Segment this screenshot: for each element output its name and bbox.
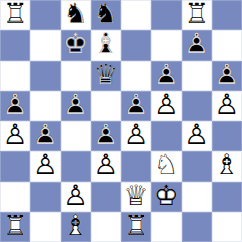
piece-outline: ♙ (182, 30, 212, 59)
piece-outline: ♗ (61, 212, 91, 241)
chess-board-container: ♜♖♞♘♞♘♜♖♚♔♝♗♟♙♛♕♟♙♟♙♟♙♟♙♟♙♟♙♟♙♟♙♟♙♟♙♟♙♟♙… (0, 0, 242, 242)
chess-board: ♜♖♞♘♞♘♜♖♚♔♝♗♟♙♛♕♟♙♟♙♟♙♟♙♟♙♟♙♟♙♟♙♟♙♟♙♟♙♟♙… (0, 0, 242, 242)
piece-outline: ♖ (0, 0, 30, 29)
white-pawn-icon[interactable]: ♟♙ (121, 121, 151, 151)
square-h8[interactable] (212, 0, 242, 30)
square-f1[interactable] (151, 212, 181, 242)
piece-outline: ♖ (182, 0, 212, 29)
square-e7[interactable] (121, 30, 151, 60)
square-g8[interactable]: ♜♖ (182, 0, 212, 30)
square-h4[interactable] (212, 121, 242, 151)
square-c4[interactable] (61, 121, 91, 151)
square-f2[interactable]: ♚♔ (151, 182, 181, 212)
square-g6[interactable] (182, 61, 212, 91)
white-pawn-icon[interactable]: ♟♙ (91, 151, 121, 181)
piece-outline: ♙ (61, 91, 91, 120)
square-d2[interactable] (91, 182, 121, 212)
black-pawn-icon[interactable]: ♟♙ (0, 91, 30, 121)
square-a3[interactable] (0, 151, 30, 181)
white-rook-icon[interactable]: ♜♖ (121, 212, 151, 242)
square-f8[interactable] (151, 0, 181, 30)
square-d7[interactable]: ♝♗ (91, 30, 121, 60)
square-b2[interactable] (30, 182, 60, 212)
square-c3[interactable] (61, 151, 91, 181)
black-queen-icon[interactable]: ♛♕ (91, 61, 121, 91)
white-pawn-icon[interactable]: ♟♙ (61, 182, 91, 212)
square-d6[interactable]: ♛♕ (91, 61, 121, 91)
white-bishop-icon[interactable]: ♝♗ (61, 212, 91, 242)
piece-outline: ♖ (121, 212, 151, 241)
square-a8[interactable]: ♜♖ (0, 0, 30, 30)
square-b5[interactable] (30, 91, 60, 121)
square-e6[interactable] (121, 61, 151, 91)
square-d3[interactable]: ♟♙ (91, 151, 121, 181)
square-e2[interactable]: ♛♕ (121, 182, 151, 212)
white-pawn-icon[interactable]: ♟♙ (182, 121, 212, 151)
square-h7[interactable] (212, 30, 242, 60)
square-b7[interactable] (30, 30, 60, 60)
square-d4[interactable]: ♟♙ (91, 121, 121, 151)
black-pawn-icon[interactable]: ♟♙ (30, 121, 60, 151)
piece-outline: ♕ (91, 61, 121, 90)
piece-outline: ♙ (121, 91, 151, 120)
square-h6[interactable]: ♟♙ (212, 61, 242, 91)
piece-outline: ♙ (212, 91, 242, 120)
piece-outline: ♘ (61, 0, 91, 29)
white-queen-icon[interactable]: ♛♕ (121, 182, 151, 212)
piece-outline: ♙ (0, 91, 30, 120)
piece-outline: ♗ (212, 151, 242, 180)
square-f7[interactable] (151, 30, 181, 60)
piece-outline: ♙ (121, 121, 151, 150)
square-h2[interactable] (212, 182, 242, 212)
square-b3[interactable]: ♟♙ (30, 151, 60, 181)
square-b8[interactable] (30, 0, 60, 30)
white-pawn-icon[interactable]: ♟♙ (151, 91, 181, 121)
square-b1[interactable] (30, 212, 60, 242)
piece-outline: ♕ (121, 182, 151, 211)
black-pawn-icon[interactable]: ♟♙ (182, 30, 212, 60)
square-f3[interactable]: ♞♘ (151, 151, 181, 181)
white-pawn-icon[interactable]: ♟♙ (30, 151, 60, 181)
piece-outline: ♙ (182, 121, 212, 150)
piece-outline: ♙ (30, 121, 60, 150)
square-g3[interactable] (182, 151, 212, 181)
black-bishop-icon[interactable]: ♝♗ (91, 30, 121, 60)
square-c6[interactable] (61, 61, 91, 91)
piece-outline: ♙ (212, 61, 242, 90)
piece-outline: ♙ (91, 121, 121, 150)
square-d5[interactable] (91, 91, 121, 121)
white-rook-icon[interactable]: ♜♖ (0, 212, 30, 242)
piece-outline: ♙ (151, 61, 181, 90)
square-e8[interactable] (121, 0, 151, 30)
piece-outline: ♔ (151, 182, 181, 211)
square-a5[interactable]: ♟♙ (0, 91, 30, 121)
black-knight-icon[interactable]: ♞♘ (61, 0, 91, 30)
white-rook-icon[interactable]: ♜♖ (0, 0, 30, 30)
square-d8[interactable]: ♞♘ (91, 0, 121, 30)
piece-outline: ♙ (0, 121, 30, 150)
piece-outline: ♗ (91, 30, 121, 59)
piece-outline: ♙ (61, 182, 91, 211)
black-knight-icon[interactable]: ♞♘ (91, 0, 121, 30)
square-e4[interactable]: ♟♙ (121, 121, 151, 151)
square-f5[interactable]: ♟♙ (151, 91, 181, 121)
square-a4[interactable]: ♟♙ (0, 121, 30, 151)
square-c2[interactable]: ♟♙ (61, 182, 91, 212)
black-king-icon[interactable]: ♚♔ (61, 30, 91, 60)
square-e5[interactable]: ♟♙ (121, 91, 151, 121)
piece-outline: ♔ (61, 30, 91, 59)
square-h1[interactable] (212, 212, 242, 242)
white-pawn-icon[interactable]: ♟♙ (212, 91, 242, 121)
square-e1[interactable]: ♜♖ (121, 212, 151, 242)
square-b6[interactable] (30, 61, 60, 91)
black-pawn-icon[interactable]: ♟♙ (121, 91, 151, 121)
square-c8[interactable]: ♞♘ (61, 0, 91, 30)
white-rook-icon[interactable]: ♜♖ (182, 0, 212, 30)
square-g1[interactable] (182, 212, 212, 242)
square-g5[interactable] (182, 91, 212, 121)
square-a6[interactable] (0, 61, 30, 91)
square-c1[interactable]: ♝♗ (61, 212, 91, 242)
square-h3[interactable]: ♝♗ (212, 151, 242, 181)
square-a1[interactable]: ♜♖ (0, 212, 30, 242)
white-knight-icon[interactable]: ♞♘ (151, 151, 181, 181)
square-f6[interactable]: ♟♙ (151, 61, 181, 91)
black-pawn-icon[interactable]: ♟♙ (61, 91, 91, 121)
black-pawn-icon[interactable]: ♟♙ (212, 61, 242, 91)
piece-outline: ♘ (91, 0, 121, 29)
square-f4[interactable] (151, 121, 181, 151)
piece-outline: ♙ (151, 91, 181, 120)
square-e3[interactable] (121, 151, 151, 181)
square-c7[interactable]: ♚♔ (61, 30, 91, 60)
square-d1[interactable] (91, 212, 121, 242)
square-h5[interactable]: ♟♙ (212, 91, 242, 121)
square-g7[interactable]: ♟♙ (182, 30, 212, 60)
piece-outline: ♙ (30, 151, 60, 180)
black-pawn-icon[interactable]: ♟♙ (151, 61, 181, 91)
square-a2[interactable] (0, 182, 30, 212)
white-king-icon[interactable]: ♚♔ (151, 182, 181, 212)
square-a7[interactable] (0, 30, 30, 60)
white-pawn-icon[interactable]: ♟♙ (0, 121, 30, 151)
black-pawn-icon[interactable]: ♟♙ (91, 121, 121, 151)
piece-outline: ♙ (91, 151, 121, 180)
square-g4[interactable]: ♟♙ (182, 121, 212, 151)
square-c5[interactable]: ♟♙ (61, 91, 91, 121)
white-bishop-icon[interactable]: ♝♗ (212, 151, 242, 181)
square-g2[interactable] (182, 182, 212, 212)
square-b4[interactable]: ♟♙ (30, 121, 60, 151)
piece-outline: ♘ (151, 151, 181, 180)
piece-outline: ♖ (0, 212, 30, 241)
